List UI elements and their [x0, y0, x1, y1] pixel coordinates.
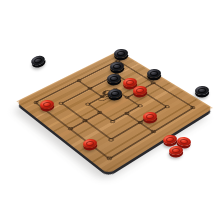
- point-a1[interactable]: [106, 156, 114, 161]
- point-e3[interactable]: [137, 104, 144, 108]
- piece-red-pile-1[interactable]: [162, 134, 177, 145]
- point-b4[interactable]: [82, 119, 89, 124]
- point-c3[interactable]: [109, 119, 116, 124]
- point-c4[interactable]: [96, 111, 103, 115]
- piece-black-off-left[interactable]: [30, 54, 46, 67]
- point-a4[interactable]: [67, 127, 74, 132]
- piece-red-pile-3[interactable]: [169, 146, 184, 156]
- point-g4[interactable]: [150, 81, 157, 85]
- point-g1[interactable]: [190, 105, 197, 109]
- photo-stage: 9: [0, 0, 222, 222]
- point-d6[interactable]: [86, 86, 93, 90]
- point-d1[interactable]: [150, 130, 157, 135]
- point-f2[interactable]: [163, 105, 170, 109]
- point-d3[interactable]: [123, 111, 130, 115]
- point-b2[interactable]: [107, 137, 115, 142]
- point-c5[interactable]: [84, 102, 91, 106]
- point-d5[interactable]: [98, 94, 105, 98]
- point-b6[interactable]: [58, 101, 65, 105]
- point-d7[interactable]: [75, 79, 82, 83]
- piece-black-g1[interactable]: [195, 86, 210, 96]
- point-d2[interactable]: [136, 120, 143, 125]
- point-a7[interactable]: [32, 100, 39, 104]
- point-e4[interactable]: [124, 95, 131, 99]
